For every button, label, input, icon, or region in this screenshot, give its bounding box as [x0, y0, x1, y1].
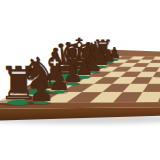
chess-set-photo: ♜♟♞♟♝♟♚♟♛♟♝♟♞♟♜♟ [0, 0, 160, 160]
pieces-layer: ♜♟♞♟♝♟♚♟♛♟♝♟♞♟♜♟ [0, 0, 160, 160]
piece-glyph: ♟ [28, 76, 54, 105]
